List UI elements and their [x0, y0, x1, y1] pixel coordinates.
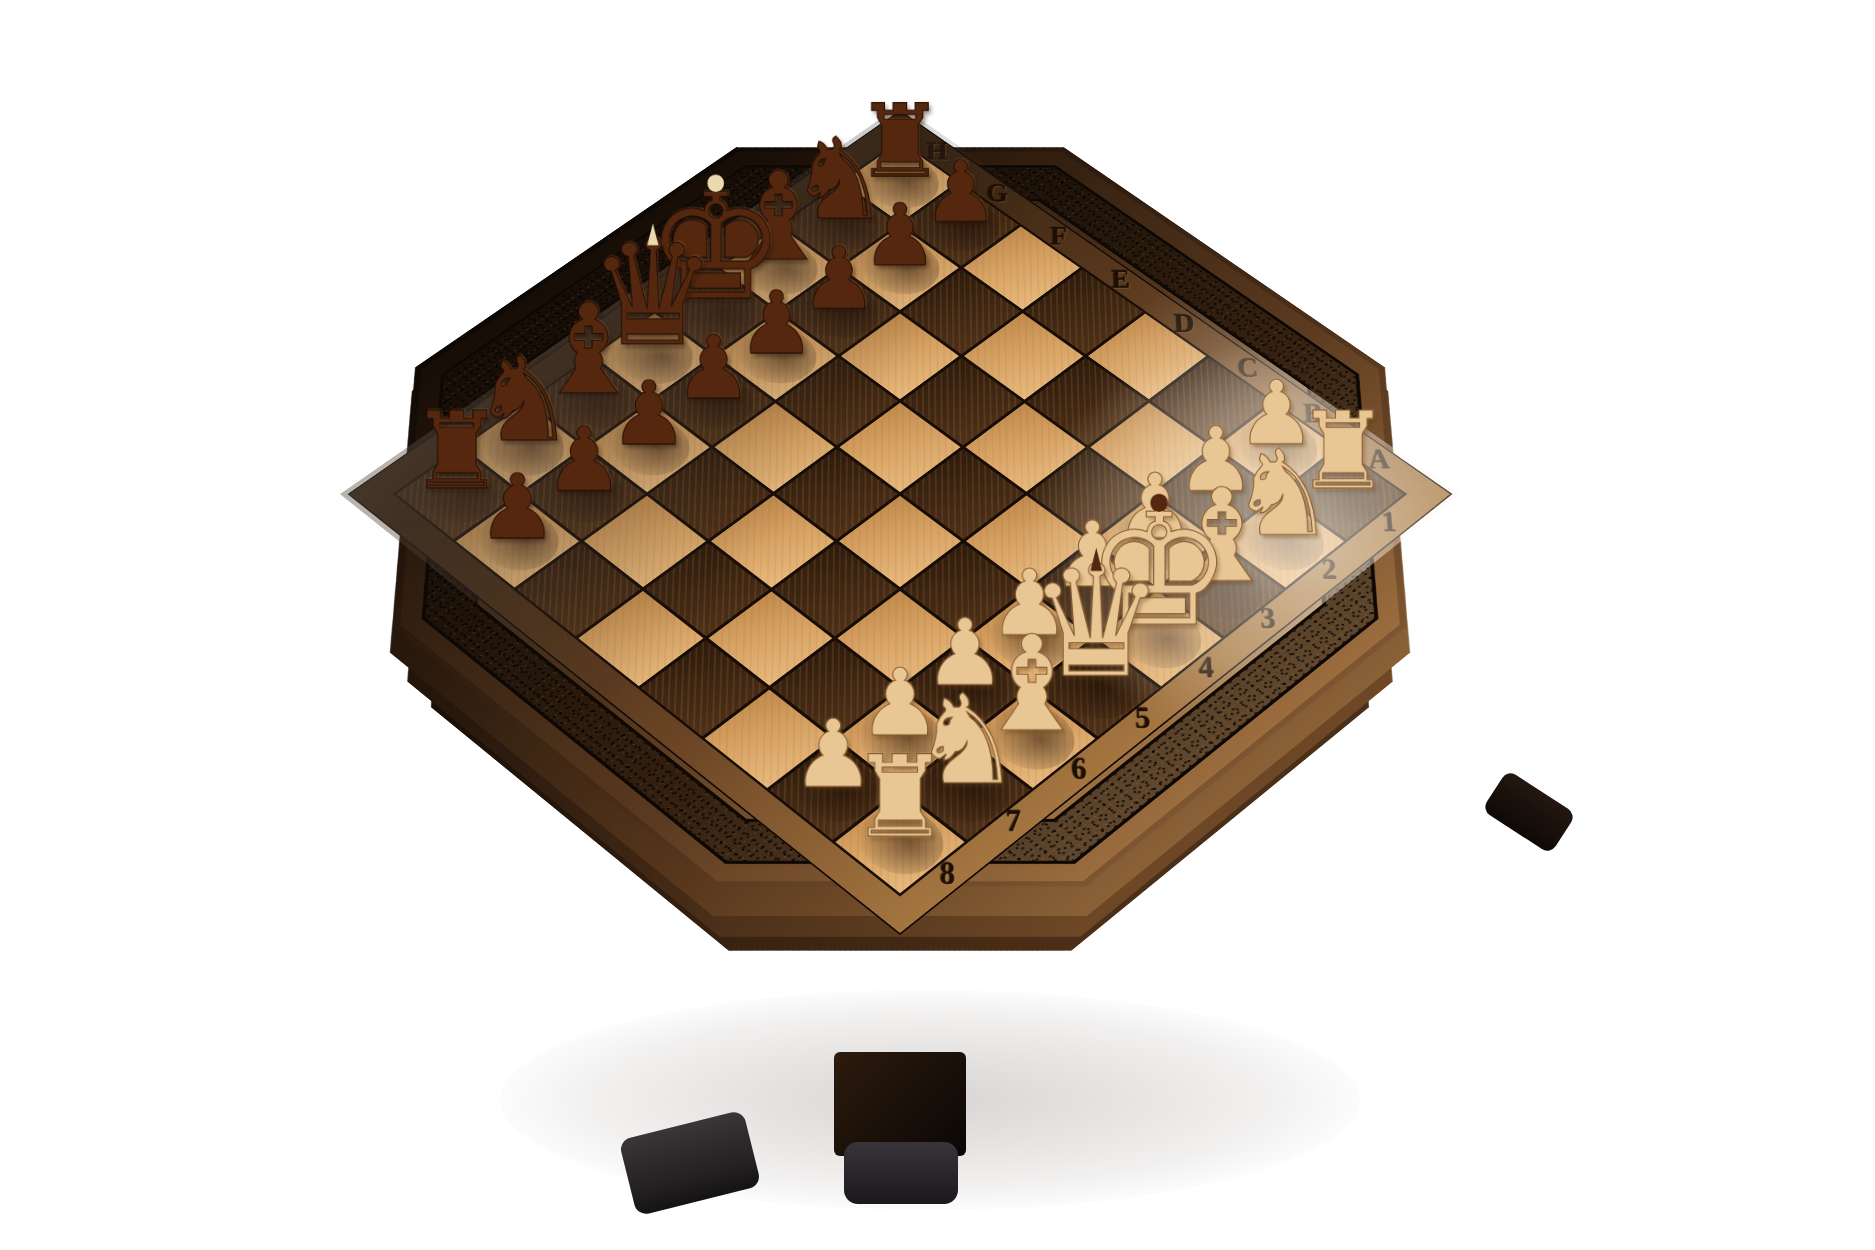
- black-pawn-icon: ♟: [477, 462, 557, 552]
- felt-foot-right: [1482, 770, 1577, 855]
- photo-stage: ABCDEFGH12345678 ♜♟♟♜♞♟♟♞♝♟♟♝♛♟♟♛♚♟♟♚♝♟♟…: [0, 0, 1875, 1250]
- king-ball-finial: [1150, 493, 1168, 511]
- chess-board: ABCDEFGH12345678 ♜♟♟♜♞♟♟♞♝♟♟♝♛♟♟♛♚♟♟♚♝♟♟…: [230, 35, 1569, 1037]
- rank-label-6: 6: [1071, 752, 1087, 787]
- white-rook-icon: ♜: [849, 741, 950, 854]
- felt-foot-bottom: [844, 1142, 958, 1204]
- king-ball-finial: [708, 175, 725, 192]
- queen-cone-finial: [646, 224, 661, 246]
- square-f3[interactable]: [841, 314, 960, 400]
- queen-cone-finial: [1088, 548, 1103, 571]
